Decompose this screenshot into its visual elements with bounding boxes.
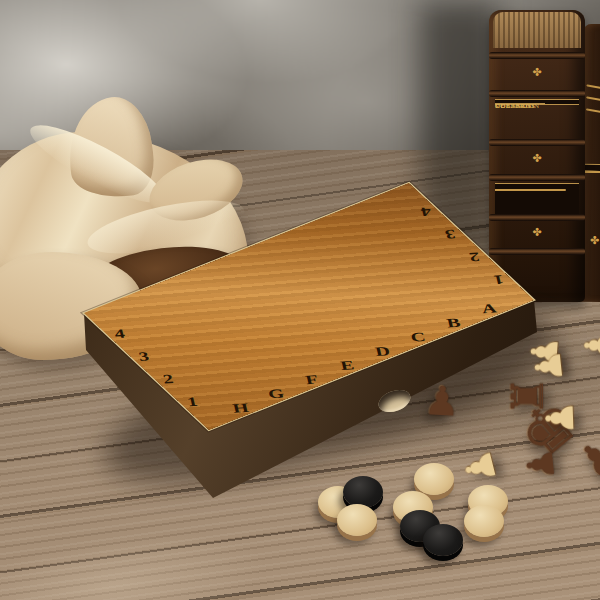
file-label-A: A [480, 302, 497, 316]
light-checker-disc [337, 504, 377, 536]
book-pages-top [493, 12, 581, 48]
rank-label-left-1: 1 [186, 395, 199, 408]
book-ornament: ✤ [489, 66, 585, 79]
file-label-H: H [231, 401, 250, 415]
spine-band [489, 52, 585, 59]
spine-band [489, 214, 585, 221]
book-lower-label [495, 183, 579, 215]
book-gilt-line [586, 108, 600, 113]
book-label [584, 164, 600, 172]
black-checker-disc [423, 524, 463, 556]
rank-label-right-4: 4 [419, 205, 432, 218]
book-volume: VOL. XXVI [495, 102, 535, 110]
book-gilt-line [586, 84, 600, 89]
rank-label-right-2: 2 [468, 250, 481, 263]
file-label-D: D [373, 345, 390, 359]
file-label-F: F [304, 373, 319, 386]
file-label-E: E [338, 359, 354, 372]
spine-band [489, 139, 585, 146]
dark-pawn: ♟ [521, 446, 560, 482]
rank-label-right-1: 1 [492, 273, 505, 286]
book-coleccion: ✤ COLECCION DE LIBROS CUBANOS VOL. XXVI … [489, 10, 585, 302]
rank-label-left-4: 4 [113, 327, 126, 340]
light-checker-disc [464, 505, 504, 537]
file-label-B: B [445, 316, 461, 329]
dark-pawn: ♟ [423, 380, 461, 422]
black-checker-disc [343, 476, 383, 508]
spine-band [489, 248, 585, 255]
book-gilt-line [586, 96, 600, 101]
light-pawn: ♟ [540, 400, 579, 435]
rank-label-right-3: 3 [443, 227, 456, 240]
light-checker-disc [414, 463, 454, 495]
spine-band [489, 90, 585, 97]
book-ornament: ✤ [489, 226, 585, 239]
light-pawn: ♟ [580, 330, 600, 360]
book-title-label: COLECCION DE LIBROS CUBANOS VOL. XXVI [495, 99, 579, 105]
book-ornament: ✤ [489, 152, 585, 165]
rank-label-left-3: 3 [137, 350, 150, 363]
file-label-C: C [409, 330, 426, 344]
file-label-G: G [266, 387, 285, 401]
rank-label-left-2: 2 [161, 372, 174, 385]
photo-scene: ✤ ✤ COLECCION DE LIBROS CUBANOS VOL. XXV… [0, 0, 600, 600]
spine-band [489, 174, 585, 181]
